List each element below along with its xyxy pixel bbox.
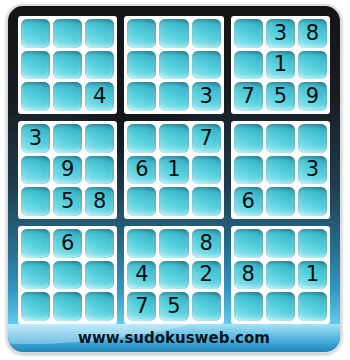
cell-r4c3[interactable] (85, 124, 114, 153)
cell-r3c8[interactable]: 5 (266, 82, 295, 111)
cell-r3c6[interactable]: 3 (192, 82, 221, 111)
cell-r6c6[interactable] (192, 187, 221, 216)
cell-r7c8[interactable] (266, 229, 295, 258)
cell-r2c4[interactable] (127, 51, 156, 80)
cell-r5c9[interactable]: 3 (298, 156, 327, 185)
cell-r3c5[interactable] (159, 82, 188, 111)
cell-r8c4[interactable]: 4 (127, 261, 156, 290)
cell-r2c6[interactable] (192, 51, 221, 80)
box-3-2: 84275 (124, 226, 223, 324)
cell-r2c2[interactable] (53, 51, 82, 80)
cell-r1c7[interactable] (234, 19, 263, 48)
cell-r3c4[interactable] (127, 82, 156, 111)
cell-r4c9[interactable] (298, 124, 327, 153)
cell-r1c6[interactable] (192, 19, 221, 48)
cell-r4c1[interactable]: 3 (21, 124, 50, 153)
cell-r5c3[interactable] (85, 156, 114, 185)
cell-r4c5[interactable] (159, 124, 188, 153)
cell-r7c5[interactable] (159, 229, 188, 258)
cell-r1c1[interactable] (21, 19, 50, 48)
cell-r8c9[interactable]: 1 (298, 261, 327, 290)
cell-r1c9[interactable]: 8 (298, 19, 327, 48)
cell-r8c3[interactable] (85, 261, 114, 290)
box-3-3: 81 (231, 226, 330, 324)
cell-r5c6[interactable] (192, 156, 221, 185)
cell-r1c8[interactable]: 3 (266, 19, 295, 48)
cell-r7c4[interactable] (127, 229, 156, 258)
cell-r8c1[interactable] (21, 261, 50, 290)
cell-r1c2[interactable] (53, 19, 82, 48)
cell-r4c7[interactable] (234, 124, 263, 153)
cell-r2c8[interactable]: 1 (266, 51, 295, 80)
cell-r9c5[interactable]: 5 (159, 292, 188, 321)
cell-r3c1[interactable] (21, 82, 50, 111)
cell-r9c8[interactable] (266, 292, 295, 321)
cell-r9c1[interactable] (21, 292, 50, 321)
cell-r6c8[interactable] (266, 187, 295, 216)
cell-r4c6[interactable]: 7 (192, 124, 221, 153)
box-1-2: 3 (124, 16, 223, 114)
cell-r1c5[interactable] (159, 19, 188, 48)
cell-r5c8[interactable] (266, 156, 295, 185)
cell-r3c9[interactable]: 9 (298, 82, 327, 111)
cell-r5c4[interactable]: 6 (127, 156, 156, 185)
site-footer: www.sudokusweb.com (8, 324, 340, 352)
cell-r9c7[interactable] (234, 292, 263, 321)
cell-r6c7[interactable]: 6 (234, 187, 263, 216)
cell-r1c3[interactable] (85, 19, 114, 48)
box-2-1: 3958 (18, 121, 117, 219)
cell-r5c2[interactable]: 9 (53, 156, 82, 185)
box-1-1: 4 (18, 16, 117, 114)
cell-r3c2[interactable] (53, 82, 82, 111)
cell-r9c2[interactable] (53, 292, 82, 321)
cell-r6c9[interactable] (298, 187, 327, 216)
cell-r8c8[interactable] (266, 261, 295, 290)
box-3-1: 6 (18, 226, 117, 324)
cell-r3c3[interactable]: 4 (85, 82, 114, 111)
cell-r2c1[interactable] (21, 51, 50, 80)
cell-r7c1[interactable] (21, 229, 50, 258)
cell-r8c5[interactable] (159, 261, 188, 290)
cell-r2c9[interactable] (298, 51, 327, 80)
cell-r7c9[interactable] (298, 229, 327, 258)
cell-r5c5[interactable]: 1 (159, 156, 188, 185)
cell-r7c6[interactable]: 8 (192, 229, 221, 258)
cell-r3c7[interactable]: 7 (234, 82, 263, 111)
site-url[interactable]: www.sudokusweb.com (8, 324, 340, 347)
cell-r8c6[interactable]: 2 (192, 261, 221, 290)
cell-r2c3[interactable] (85, 51, 114, 80)
cell-r6c3[interactable]: 8 (85, 187, 114, 216)
cell-r8c7[interactable]: 8 (234, 261, 263, 290)
cell-r2c7[interactable] (234, 51, 263, 80)
cell-r9c4[interactable]: 7 (127, 292, 156, 321)
boxes-grid: 4338175939587613668427581 (18, 16, 330, 324)
cell-r4c4[interactable] (127, 124, 156, 153)
cell-r9c9[interactable] (298, 292, 327, 321)
cell-r7c3[interactable] (85, 229, 114, 258)
cell-r6c2[interactable]: 5 (53, 187, 82, 216)
cell-r8c2[interactable] (53, 261, 82, 290)
cell-r5c7[interactable] (234, 156, 263, 185)
cell-r6c1[interactable] (21, 187, 50, 216)
cell-r2c5[interactable] (159, 51, 188, 80)
cell-r1c4[interactable] (127, 19, 156, 48)
cell-r4c8[interactable] (266, 124, 295, 153)
cell-r9c3[interactable] (85, 292, 114, 321)
cell-r6c4[interactable] (127, 187, 156, 216)
cell-r6c5[interactable] (159, 187, 188, 216)
cell-r7c2[interactable]: 6 (53, 229, 82, 258)
box-2-2: 761 (124, 121, 223, 219)
cell-r5c1[interactable] (21, 156, 50, 185)
cell-r7c7[interactable] (234, 229, 263, 258)
box-1-3: 381759 (231, 16, 330, 114)
cell-r9c6[interactable] (192, 292, 221, 321)
sudoku-board: 4338175939587613668427581 www.sudokusweb… (6, 4, 342, 354)
box-2-3: 36 (231, 121, 330, 219)
cell-r4c2[interactable] (53, 124, 82, 153)
